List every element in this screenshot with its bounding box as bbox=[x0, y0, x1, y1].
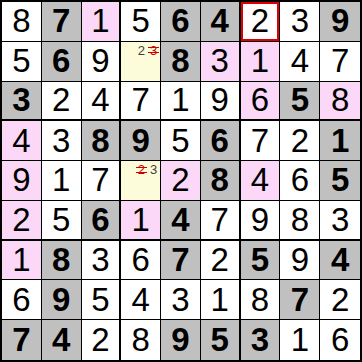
given-digit: 3 bbox=[12, 83, 30, 116]
given-digit: 6 bbox=[91, 203, 109, 236]
user-digit: 2 bbox=[52, 83, 70, 116]
cell-r6c9[interactable]: 3 bbox=[320, 201, 360, 241]
cell-r9c6[interactable]: 5 bbox=[201, 320, 241, 360]
cell-r1c3[interactable]: 1 bbox=[82, 2, 122, 42]
user-digit: 4 bbox=[291, 44, 309, 77]
user-digit: 9 bbox=[91, 44, 109, 77]
cell-r2c3[interactable]: 9 bbox=[82, 42, 122, 82]
cell-r1c8[interactable]: 3 bbox=[280, 2, 320, 42]
cell-r3c2[interactable]: 2 bbox=[42, 82, 82, 122]
user-digit: 9 bbox=[251, 203, 269, 236]
user-digit: 1 bbox=[211, 283, 229, 316]
cell-r8c1[interactable]: 6 bbox=[2, 280, 42, 320]
given-digit: 8 bbox=[52, 243, 70, 276]
pencil-marks: 23 bbox=[138, 43, 157, 58]
given-digit: 7 bbox=[171, 243, 189, 276]
user-digit: 3 bbox=[211, 44, 229, 77]
user-digit: 7 bbox=[251, 124, 269, 157]
cell-r2c9[interactable]: 7 bbox=[320, 42, 360, 82]
given-digit: 8 bbox=[211, 163, 229, 196]
cell-r5c2[interactable]: 1 bbox=[42, 161, 82, 201]
given-digit: 3 bbox=[251, 323, 269, 356]
cell-r9c2[interactable]: 4 bbox=[42, 320, 82, 360]
cell-r9c7[interactable]: 3 bbox=[241, 320, 281, 360]
cell-r7c8[interactable]: 9 bbox=[280, 241, 320, 281]
given-digit: 1 bbox=[331, 124, 349, 157]
cell-r8c5[interactable]: 3 bbox=[161, 280, 201, 320]
cell-r8c2[interactable]: 9 bbox=[42, 280, 82, 320]
given-digit: 4 bbox=[52, 323, 70, 356]
cell-r5c8[interactable]: 6 bbox=[280, 161, 320, 201]
user-digit: 4 bbox=[251, 163, 269, 196]
user-digit: 7 bbox=[331, 44, 349, 77]
pencil-mark: 2 bbox=[138, 43, 145, 58]
user-digit: 8 bbox=[12, 4, 30, 37]
user-digit: 9 bbox=[211, 83, 229, 116]
user-digit: 1 bbox=[52, 163, 70, 196]
cell-r3c1[interactable]: 3 bbox=[2, 82, 42, 122]
user-digit: 2 bbox=[251, 4, 269, 37]
user-digit: 1 bbox=[132, 203, 150, 236]
user-digit: 4 bbox=[12, 124, 30, 157]
cell-r7c5[interactable]: 7 bbox=[161, 241, 201, 281]
given-digit: 9 bbox=[171, 323, 189, 356]
cell-r8c8[interactable]: 7 bbox=[280, 280, 320, 320]
cell-r1c4[interactable]: 5 bbox=[121, 2, 161, 42]
cell-r2c2[interactable]: 6 bbox=[42, 42, 82, 82]
cell-r2c4[interactable]: 23 bbox=[121, 42, 161, 82]
cell-r6c2[interactable]: 5 bbox=[42, 201, 82, 241]
user-digit: 7 bbox=[91, 163, 109, 196]
user-digit: 6 bbox=[331, 323, 349, 356]
user-digit: 5 bbox=[91, 283, 109, 316]
user-digit: 7 bbox=[211, 203, 229, 236]
user-digit: 1 bbox=[171, 83, 189, 116]
cell-r5c5[interactable]: 2 bbox=[161, 161, 201, 201]
user-digit: 3 bbox=[171, 283, 189, 316]
cell-r3c4[interactable]: 7 bbox=[121, 82, 161, 122]
user-digit: 9 bbox=[291, 243, 309, 276]
user-digit: 4 bbox=[91, 83, 109, 116]
user-digit: 6 bbox=[291, 163, 309, 196]
cell-r3c8[interactable]: 5 bbox=[280, 82, 320, 122]
given-digit: 9 bbox=[52, 283, 70, 316]
pencil-marks: 23 bbox=[138, 162, 157, 177]
cell-r9c8[interactable]: 1 bbox=[280, 320, 320, 360]
user-digit: 5 bbox=[52, 203, 70, 236]
cell-r9c3[interactable]: 2 bbox=[82, 320, 122, 360]
cell-r5c9[interactable]: 5 bbox=[320, 161, 360, 201]
cell-r7c1[interactable]: 1 bbox=[2, 241, 42, 281]
given-digit: 8 bbox=[171, 44, 189, 77]
cell-r9c9[interactable]: 6 bbox=[320, 320, 360, 360]
pencil-mark: 3 bbox=[150, 162, 157, 177]
given-digit: 5 bbox=[291, 83, 309, 116]
user-digit: 3 bbox=[91, 243, 109, 276]
cell-r3c9[interactable]: 8 bbox=[320, 82, 360, 122]
user-digit: 8 bbox=[331, 83, 349, 116]
cell-r1c6[interactable]: 4 bbox=[201, 2, 241, 42]
cell-r3c6[interactable]: 9 bbox=[201, 82, 241, 122]
user-digit: 5 bbox=[171, 124, 189, 157]
pencil-mark-struck: 2 bbox=[138, 162, 145, 177]
given-digit: 7 bbox=[291, 283, 309, 316]
user-digit: 8 bbox=[291, 203, 309, 236]
cell-r2c1[interactable]: 5 bbox=[2, 42, 42, 82]
given-digit: 7 bbox=[52, 4, 70, 37]
cell-r4c9[interactable]: 1 bbox=[320, 121, 360, 161]
given-digit: 4 bbox=[211, 4, 229, 37]
given-digit: 7 bbox=[12, 323, 30, 356]
user-digit: 3 bbox=[291, 4, 309, 37]
user-digit: 2 bbox=[331, 283, 349, 316]
given-digit: 4 bbox=[331, 243, 349, 276]
given-digit: 4 bbox=[171, 203, 189, 236]
cell-r4c4[interactable]: 9 bbox=[121, 121, 161, 161]
user-digit: 5 bbox=[12, 44, 30, 77]
cell-r9c4[interactable]: 8 bbox=[121, 320, 161, 360]
cell-r6c4[interactable]: 1 bbox=[121, 201, 161, 241]
given-digit: 8 bbox=[91, 124, 109, 157]
user-digit: 1 bbox=[91, 4, 109, 37]
cell-r4c2[interactable]: 3 bbox=[42, 121, 82, 161]
user-digit: 6 bbox=[132, 243, 150, 276]
user-digit: 1 bbox=[251, 44, 269, 77]
cell-r6c7[interactable]: 9 bbox=[241, 201, 281, 241]
cell-r5c7[interactable]: 4 bbox=[241, 161, 281, 201]
user-digit: 3 bbox=[331, 203, 349, 236]
given-digit: 5 bbox=[251, 243, 269, 276]
cell-r1c1[interactable]: 8 bbox=[2, 2, 42, 42]
cell-r6c6[interactable]: 7 bbox=[201, 201, 241, 241]
cell-r8c7[interactable]: 8 bbox=[241, 280, 281, 320]
user-digit: 3 bbox=[52, 124, 70, 157]
cell-r4c3[interactable]: 8 bbox=[82, 121, 122, 161]
cell-r8c3[interactable]: 5 bbox=[82, 280, 122, 320]
cell-r9c5[interactable]: 9 bbox=[161, 320, 201, 360]
cell-r7c9[interactable]: 4 bbox=[320, 241, 360, 281]
cell-r4c1[interactable]: 4 bbox=[2, 121, 42, 161]
given-digit: 9 bbox=[331, 4, 349, 37]
user-digit: 2 bbox=[211, 243, 229, 276]
cell-r2c8[interactable]: 4 bbox=[280, 42, 320, 82]
user-digit: 2 bbox=[291, 124, 309, 157]
cell-r6c1[interactable]: 2 bbox=[2, 201, 42, 241]
cell-r5c4[interactable]: 23 bbox=[121, 161, 161, 201]
cell-r3c7[interactable]: 6 bbox=[241, 82, 281, 122]
cell-r4c8[interactable]: 2 bbox=[280, 121, 320, 161]
cell-r5c3[interactable]: 7 bbox=[82, 161, 122, 201]
cell-r5c6[interactable]: 8 bbox=[201, 161, 241, 201]
cell-r2c7[interactable]: 1 bbox=[241, 42, 281, 82]
cell-r7c7[interactable]: 5 bbox=[241, 241, 281, 281]
cell-r4c5[interactable]: 5 bbox=[161, 121, 201, 161]
cell-r6c8[interactable]: 8 bbox=[280, 201, 320, 241]
given-digit: 6 bbox=[171, 4, 189, 37]
user-digit: 1 bbox=[12, 243, 30, 276]
cell-r3c3[interactable]: 4 bbox=[82, 82, 122, 122]
given-digit: 9 bbox=[132, 124, 150, 157]
user-digit: 2 bbox=[171, 163, 189, 196]
cell-r8c4[interactable]: 4 bbox=[121, 280, 161, 320]
user-digit: 6 bbox=[251, 83, 269, 116]
sudoku-board: 8715642395692383147324719658438956721917… bbox=[0, 0, 362, 362]
cell-r7c4[interactable]: 6 bbox=[121, 241, 161, 281]
cell-r8c9[interactable]: 2 bbox=[320, 280, 360, 320]
cell-r7c2[interactable]: 8 bbox=[42, 241, 82, 281]
given-digit: 6 bbox=[52, 44, 70, 77]
user-digit: 7 bbox=[132, 83, 150, 116]
user-digit: 2 bbox=[91, 323, 109, 356]
pencil-mark-struck: 3 bbox=[150, 43, 157, 58]
user-digit: 5 bbox=[132, 4, 150, 37]
cell-r2c6[interactable]: 3 bbox=[201, 42, 241, 82]
given-digit: 5 bbox=[211, 323, 229, 356]
cell-r5c1[interactable]: 9 bbox=[2, 161, 42, 201]
cell-r1c5[interactable]: 6 bbox=[161, 2, 201, 42]
user-digit: 8 bbox=[251, 283, 269, 316]
given-digit: 6 bbox=[211, 124, 229, 157]
cell-r1c9[interactable]: 9 bbox=[320, 2, 360, 42]
user-digit: 1 bbox=[291, 323, 309, 356]
cell-r4c6[interactable]: 6 bbox=[201, 121, 241, 161]
cell-r3c5[interactable]: 1 bbox=[161, 82, 201, 122]
cell-r2c5[interactable]: 8 bbox=[161, 42, 201, 82]
cell-r7c6[interactable]: 2 bbox=[201, 241, 241, 281]
user-digit: 8 bbox=[132, 323, 150, 356]
cell-r9c1[interactable]: 7 bbox=[2, 320, 42, 360]
user-digit: 9 bbox=[12, 163, 30, 196]
cell-r1c7[interactable]: 2 bbox=[241, 2, 281, 42]
user-digit: 4 bbox=[132, 283, 150, 316]
cell-r6c3[interactable]: 6 bbox=[82, 201, 122, 241]
user-digit: 6 bbox=[12, 283, 30, 316]
cell-r1c2[interactable]: 7 bbox=[42, 2, 82, 42]
cell-r8c6[interactable]: 1 bbox=[201, 280, 241, 320]
given-digit: 5 bbox=[331, 163, 349, 196]
cell-r7c3[interactable]: 3 bbox=[82, 241, 122, 281]
cell-r4c7[interactable]: 7 bbox=[241, 121, 281, 161]
user-digit: 2 bbox=[12, 203, 30, 236]
cell-r6c5[interactable]: 4 bbox=[161, 201, 201, 241]
